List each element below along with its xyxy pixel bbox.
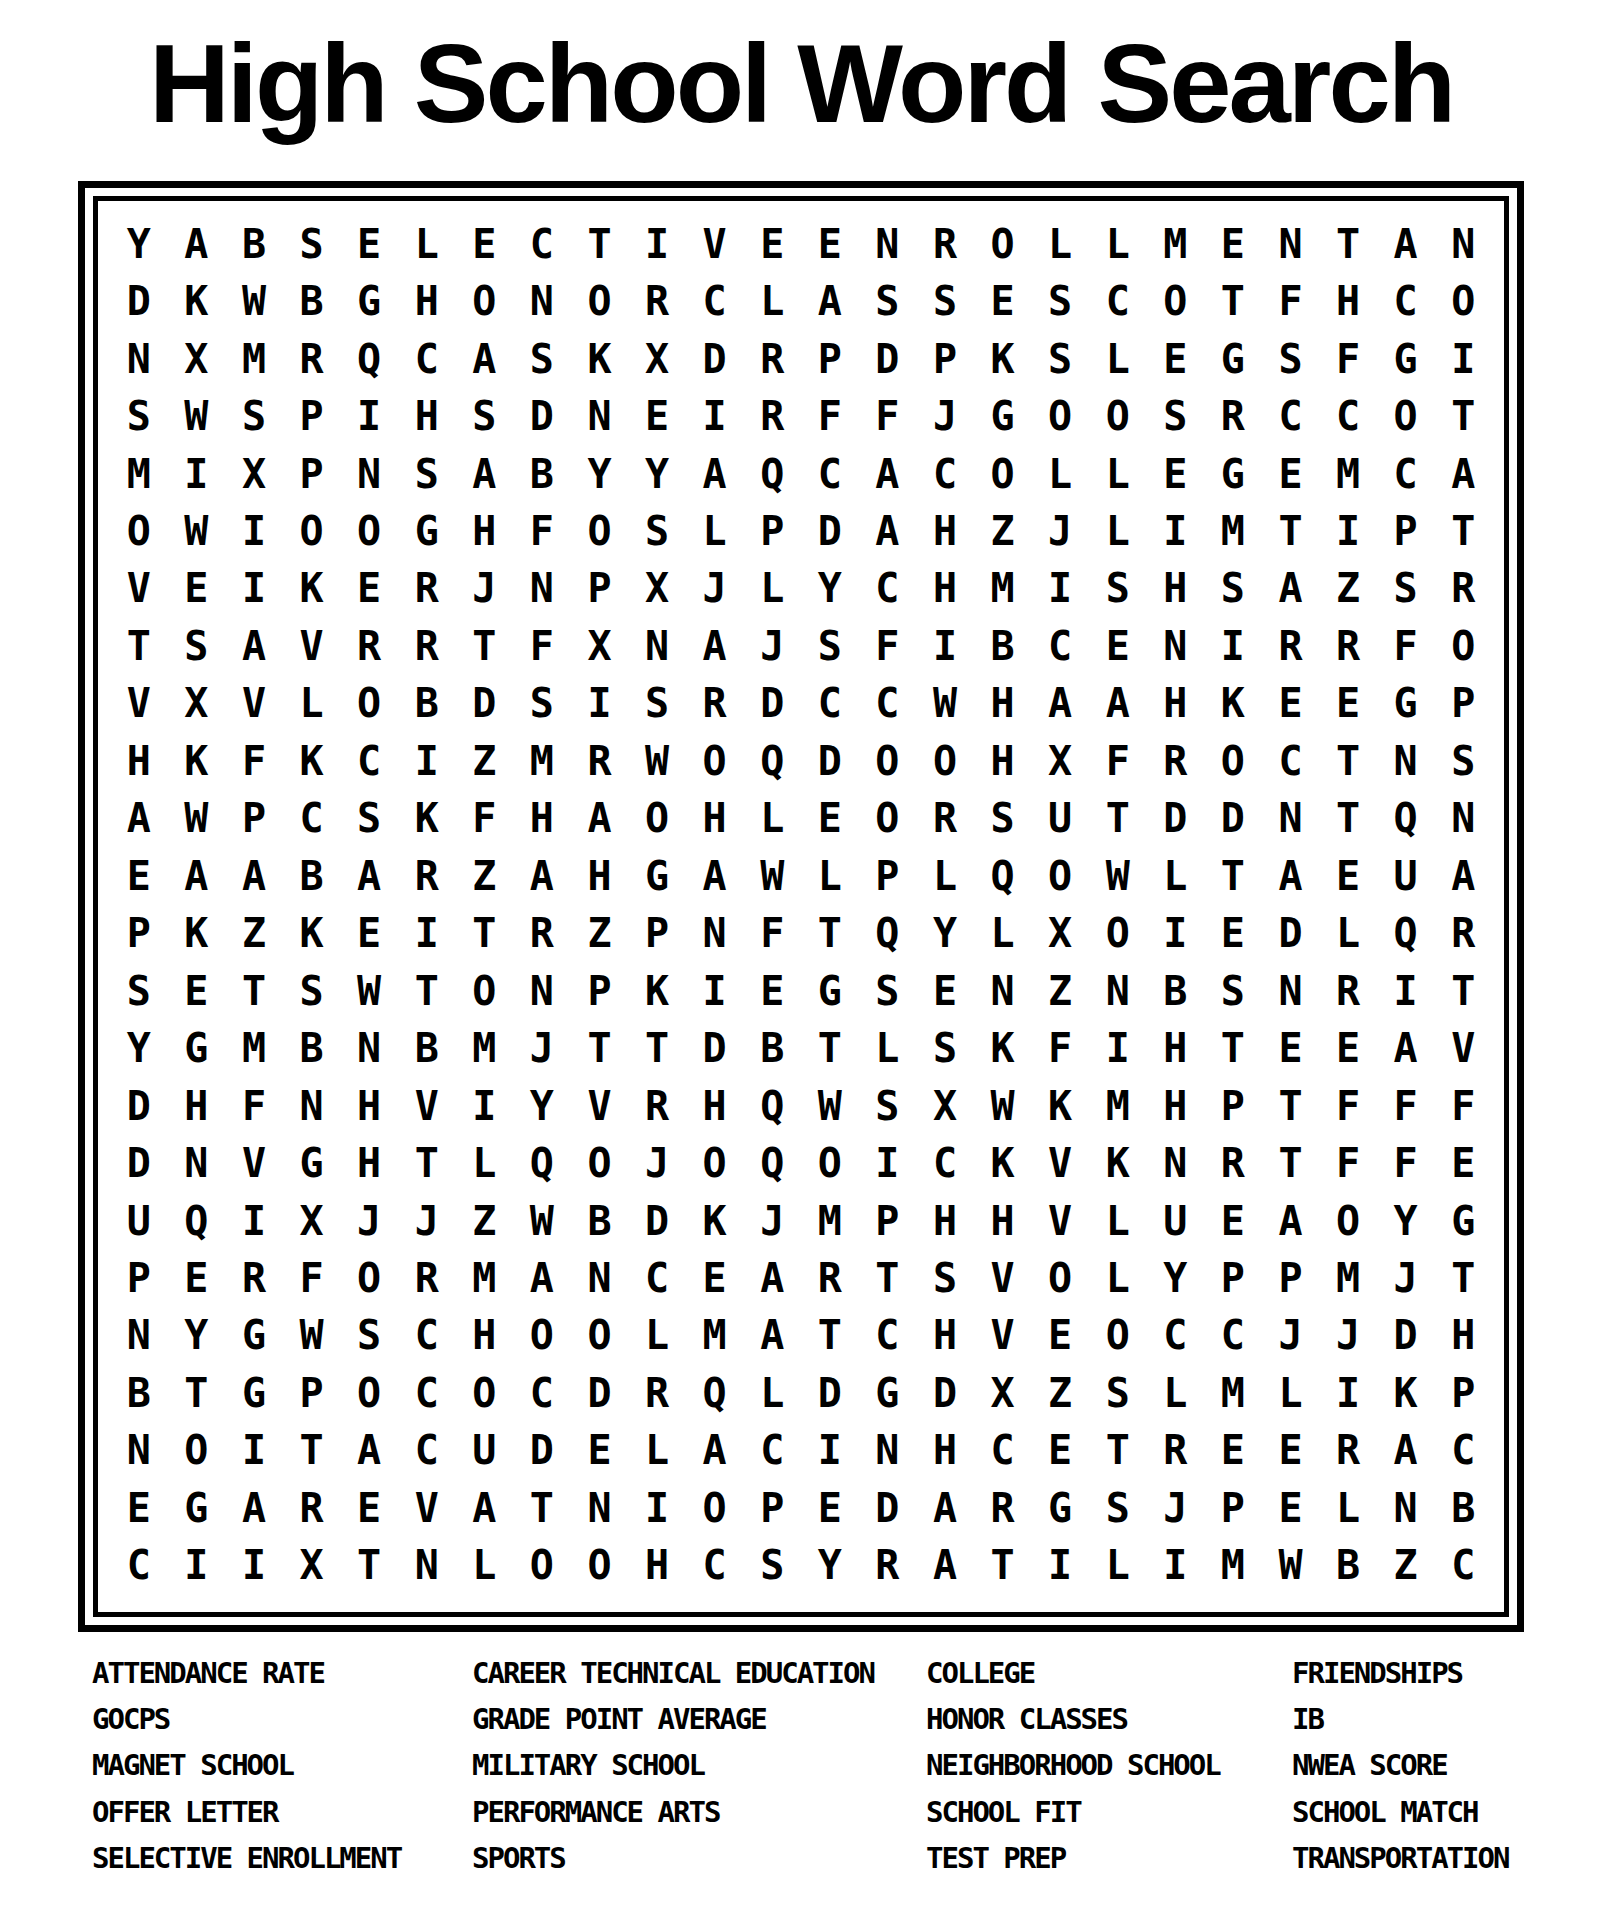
grid-cell-r10c19[interactable]: R — [1146, 732, 1204, 789]
grid-cell-r15c19[interactable]: H — [1146, 1019, 1204, 1076]
grid-cell-r5c10[interactable]: Y — [628, 445, 686, 502]
grid-cell-r19c5[interactable]: O — [340, 1249, 398, 1306]
grid-cell-r1c1[interactable]: Y — [110, 215, 168, 272]
grid-cell-r2c18[interactable]: C — [1089, 272, 1147, 329]
word-list-item[interactable]: IB — [1292, 1696, 1508, 1742]
grid-cell-r9c21[interactable]: E — [1262, 675, 1320, 732]
grid-cell-r19c3[interactable]: R — [225, 1249, 283, 1306]
grid-cell-r14c7[interactable]: O — [455, 962, 513, 1019]
grid-cell-r2c13[interactable]: A — [801, 272, 859, 329]
grid-cell-r22c13[interactable]: I — [801, 1422, 859, 1479]
grid-cell-r11c15[interactable]: R — [916, 790, 974, 847]
grid-cell-r13c23[interactable]: Q — [1377, 904, 1435, 961]
grid-cell-r9c16[interactable]: H — [974, 675, 1032, 732]
grid-cell-r2c17[interactable]: S — [1031, 272, 1089, 329]
grid-cell-r12c7[interactable]: Z — [455, 847, 513, 904]
grid-cell-r23c17[interactable]: G — [1031, 1479, 1089, 1536]
grid-cell-r11c24[interactable]: N — [1434, 790, 1492, 847]
grid-cell-r12c19[interactable]: L — [1146, 847, 1204, 904]
word-list-item[interactable]: NEIGHBORHOOD SCHOOL — [926, 1742, 1220, 1788]
grid-cell-r5c6[interactable]: S — [398, 445, 456, 502]
grid-cell-r4c14[interactable]: F — [859, 387, 917, 444]
grid-cell-r13c19[interactable]: I — [1146, 904, 1204, 961]
grid-cell-r18c6[interactable]: J — [398, 1192, 456, 1249]
grid-cell-r24c24[interactable]: C — [1434, 1537, 1492, 1594]
grid-cell-r15c8[interactable]: J — [513, 1019, 571, 1076]
grid-cell-r24c8[interactable]: O — [513, 1537, 571, 1594]
grid-cell-r7c17[interactable]: I — [1031, 560, 1089, 617]
grid-cell-r24c17[interactable]: I — [1031, 1537, 1089, 1594]
grid-cell-r24c11[interactable]: C — [686, 1537, 744, 1594]
grid-cell-r20c16[interactable]: V — [974, 1307, 1032, 1364]
grid-cell-r22c9[interactable]: E — [571, 1422, 629, 1479]
grid-cell-r23c19[interactable]: J — [1146, 1479, 1204, 1536]
grid-cell-r23c15[interactable]: A — [916, 1479, 974, 1536]
grid-cell-r13c9[interactable]: Z — [571, 904, 629, 961]
grid-cell-r24c18[interactable]: L — [1089, 1537, 1147, 1594]
grid-cell-r17c14[interactable]: I — [859, 1134, 917, 1191]
grid-cell-r14c14[interactable]: S — [859, 962, 917, 1019]
grid-cell-r23c10[interactable]: I — [628, 1479, 686, 1536]
grid-cell-r13c3[interactable]: Z — [225, 904, 283, 961]
grid-cell-r22c10[interactable]: L — [628, 1422, 686, 1479]
grid-cell-r23c23[interactable]: N — [1377, 1479, 1435, 1536]
grid-cell-r9c15[interactable]: W — [916, 675, 974, 732]
grid-cell-r10c4[interactable]: K — [283, 732, 341, 789]
grid-cell-r3c19[interactable]: E — [1146, 330, 1204, 387]
grid-cell-r3c22[interactable]: F — [1319, 330, 1377, 387]
grid-cell-r13c22[interactable]: L — [1319, 904, 1377, 961]
grid-cell-r10c11[interactable]: O — [686, 732, 744, 789]
grid-cell-r17c9[interactable]: O — [571, 1134, 629, 1191]
grid-cell-r20c13[interactable]: T — [801, 1307, 859, 1364]
grid-cell-r9c7[interactable]: D — [455, 675, 513, 732]
grid-cell-r22c2[interactable]: O — [168, 1422, 226, 1479]
grid-cell-r23c12[interactable]: P — [743, 1479, 801, 1536]
grid-cell-r1c10[interactable]: I — [628, 215, 686, 272]
grid-cell-r8c11[interactable]: A — [686, 617, 744, 674]
grid-cell-r20c22[interactable]: J — [1319, 1307, 1377, 1364]
grid-cell-r23c4[interactable]: R — [283, 1479, 341, 1536]
grid-cell-r12c1[interactable]: E — [110, 847, 168, 904]
grid-cell-r8c3[interactable]: A — [225, 617, 283, 674]
grid-cell-r16c23[interactable]: F — [1377, 1077, 1435, 1134]
grid-cell-r16c15[interactable]: X — [916, 1077, 974, 1134]
grid-cell-r4c8[interactable]: D — [513, 387, 571, 444]
grid-cell-r16c3[interactable]: F — [225, 1077, 283, 1134]
grid-cell-r22c12[interactable]: C — [743, 1422, 801, 1479]
grid-cell-r2c2[interactable]: K — [168, 272, 226, 329]
grid-cell-r9c18[interactable]: A — [1089, 675, 1147, 732]
grid-cell-r6c16[interactable]: Z — [974, 502, 1032, 559]
grid-cell-r17c2[interactable]: N — [168, 1134, 226, 1191]
grid-cell-r18c11[interactable]: K — [686, 1192, 744, 1249]
grid-cell-r6c9[interactable]: O — [571, 502, 629, 559]
grid-cell-r21c24[interactable]: P — [1434, 1364, 1492, 1421]
grid-cell-r21c20[interactable]: M — [1204, 1364, 1262, 1421]
grid-cell-r20c17[interactable]: E — [1031, 1307, 1089, 1364]
grid-cell-r24c7[interactable]: L — [455, 1537, 513, 1594]
grid-cell-r6c13[interactable]: D — [801, 502, 859, 559]
grid-cell-r4c12[interactable]: R — [743, 387, 801, 444]
grid-cell-r3c20[interactable]: G — [1204, 330, 1262, 387]
grid-cell-r19c19[interactable]: Y — [1146, 1249, 1204, 1306]
grid-cell-r17c21[interactable]: T — [1262, 1134, 1320, 1191]
grid-cell-r14c2[interactable]: E — [168, 962, 226, 1019]
grid-cell-r22c20[interactable]: E — [1204, 1422, 1262, 1479]
grid-cell-r7c6[interactable]: R — [398, 560, 456, 617]
grid-cell-r3c5[interactable]: Q — [340, 330, 398, 387]
grid-cell-r6c17[interactable]: J — [1031, 502, 1089, 559]
grid-cell-r4c11[interactable]: I — [686, 387, 744, 444]
grid-cell-r11c20[interactable]: D — [1204, 790, 1262, 847]
grid-cell-r20c18[interactable]: O — [1089, 1307, 1147, 1364]
grid-cell-r11c9[interactable]: A — [571, 790, 629, 847]
grid-cell-r9c8[interactable]: S — [513, 675, 571, 732]
grid-cell-r15c13[interactable]: T — [801, 1019, 859, 1076]
grid-cell-r17c10[interactable]: J — [628, 1134, 686, 1191]
grid-cell-r16c20[interactable]: P — [1204, 1077, 1262, 1134]
grid-cell-r14c21[interactable]: N — [1262, 962, 1320, 1019]
grid-cell-r10c2[interactable]: K — [168, 732, 226, 789]
grid-cell-r10c7[interactable]: Z — [455, 732, 513, 789]
grid-cell-r12c15[interactable]: L — [916, 847, 974, 904]
grid-cell-r8c6[interactable]: R — [398, 617, 456, 674]
grid-cell-r1c7[interactable]: E — [455, 215, 513, 272]
grid-cell-r16c24[interactable]: F — [1434, 1077, 1492, 1134]
grid-cell-r12c2[interactable]: A — [168, 847, 226, 904]
grid-cell-r13c7[interactable]: T — [455, 904, 513, 961]
grid-cell-r2c24[interactable]: O — [1434, 272, 1492, 329]
grid-cell-r17c7[interactable]: L — [455, 1134, 513, 1191]
grid-cell-r17c8[interactable]: Q — [513, 1134, 571, 1191]
grid-cell-r21c11[interactable]: Q — [686, 1364, 744, 1421]
grid-cell-r2c6[interactable]: H — [398, 272, 456, 329]
grid-cell-r8c20[interactable]: I — [1204, 617, 1262, 674]
grid-cell-r18c1[interactable]: U — [110, 1192, 168, 1249]
grid-cell-r17c4[interactable]: G — [283, 1134, 341, 1191]
grid-cell-r3c16[interactable]: K — [974, 330, 1032, 387]
grid-cell-r22c7[interactable]: U — [455, 1422, 513, 1479]
grid-cell-r10c15[interactable]: O — [916, 732, 974, 789]
grid-cell-r13c1[interactable]: P — [110, 904, 168, 961]
grid-cell-r8c5[interactable]: R — [340, 617, 398, 674]
grid-cell-r8c10[interactable]: N — [628, 617, 686, 674]
grid-cell-r3c1[interactable]: N — [110, 330, 168, 387]
grid-cell-r15c24[interactable]: V — [1434, 1019, 1492, 1076]
grid-cell-r17c15[interactable]: C — [916, 1134, 974, 1191]
grid-cell-r6c5[interactable]: O — [340, 502, 398, 559]
grid-cell-r10c10[interactable]: W — [628, 732, 686, 789]
grid-cell-r16c19[interactable]: H — [1146, 1077, 1204, 1134]
grid-cell-r16c22[interactable]: F — [1319, 1077, 1377, 1134]
grid-cell-r20c21[interactable]: J — [1262, 1307, 1320, 1364]
grid-cell-r22c4[interactable]: T — [283, 1422, 341, 1479]
grid-cell-r20c12[interactable]: A — [743, 1307, 801, 1364]
grid-cell-r18c9[interactable]: B — [571, 1192, 629, 1249]
grid-cell-r2c7[interactable]: O — [455, 272, 513, 329]
grid-cell-r23c5[interactable]: E — [340, 1479, 398, 1536]
grid-cell-r8c1[interactable]: T — [110, 617, 168, 674]
grid-cell-r5c19[interactable]: E — [1146, 445, 1204, 502]
grid-cell-r23c24[interactable]: B — [1434, 1479, 1492, 1536]
grid-cell-r16c6[interactable]: V — [398, 1077, 456, 1134]
grid-cell-r6c21[interactable]: T — [1262, 502, 1320, 559]
grid-cell-r7c2[interactable]: E — [168, 560, 226, 617]
grid-cell-r20c4[interactable]: W — [283, 1307, 341, 1364]
word-list-item[interactable]: SPORTS — [472, 1835, 874, 1881]
grid-cell-r5c18[interactable]: L — [1089, 445, 1147, 502]
grid-cell-r4c18[interactable]: O — [1089, 387, 1147, 444]
grid-cell-r18c15[interactable]: H — [916, 1192, 974, 1249]
grid-cell-r19c9[interactable]: N — [571, 1249, 629, 1306]
grid-cell-r14c8[interactable]: N — [513, 962, 571, 1019]
grid-cell-r18c2[interactable]: Q — [168, 1192, 226, 1249]
grid-cell-r8c4[interactable]: V — [283, 617, 341, 674]
grid-cell-r11c14[interactable]: O — [859, 790, 917, 847]
grid-cell-r7c24[interactable]: R — [1434, 560, 1492, 617]
grid-cell-r14c5[interactable]: W — [340, 962, 398, 1019]
grid-cell-r16c10[interactable]: R — [628, 1077, 686, 1134]
grid-cell-r4c9[interactable]: N — [571, 387, 629, 444]
grid-cell-r19c11[interactable]: E — [686, 1249, 744, 1306]
grid-cell-r16c5[interactable]: H — [340, 1077, 398, 1134]
grid-cell-r16c17[interactable]: K — [1031, 1077, 1089, 1134]
grid-cell-r3c17[interactable]: S — [1031, 330, 1089, 387]
grid-cell-r1c21[interactable]: N — [1262, 215, 1320, 272]
grid-cell-r3c14[interactable]: D — [859, 330, 917, 387]
grid-cell-r2c19[interactable]: O — [1146, 272, 1204, 329]
grid-cell-r15c2[interactable]: G — [168, 1019, 226, 1076]
grid-cell-r4c17[interactable]: O — [1031, 387, 1089, 444]
grid-cell-r2c9[interactable]: O — [571, 272, 629, 329]
grid-cell-r4c3[interactable]: S — [225, 387, 283, 444]
grid-cell-r1c6[interactable]: L — [398, 215, 456, 272]
grid-cell-r9c5[interactable]: O — [340, 675, 398, 732]
grid-cell-r20c6[interactable]: C — [398, 1307, 456, 1364]
grid-cell-r9c24[interactable]: P — [1434, 675, 1492, 732]
grid-cell-r8c7[interactable]: T — [455, 617, 513, 674]
grid-cell-r16c14[interactable]: S — [859, 1077, 917, 1134]
grid-cell-r16c7[interactable]: I — [455, 1077, 513, 1134]
grid-cell-r21c4[interactable]: P — [283, 1364, 341, 1421]
grid-cell-r22c6[interactable]: C — [398, 1422, 456, 1479]
grid-cell-r11c3[interactable]: P — [225, 790, 283, 847]
grid-cell-r15c4[interactable]: B — [283, 1019, 341, 1076]
grid-cell-r1c15[interactable]: R — [916, 215, 974, 272]
grid-cell-r14c6[interactable]: T — [398, 962, 456, 1019]
grid-cell-r2c1[interactable]: D — [110, 272, 168, 329]
grid-cell-r23c21[interactable]: E — [1262, 1479, 1320, 1536]
grid-cell-r5c8[interactable]: B — [513, 445, 571, 502]
grid-cell-r24c6[interactable]: N — [398, 1537, 456, 1594]
grid-cell-r7c8[interactable]: N — [513, 560, 571, 617]
grid-cell-r12c13[interactable]: L — [801, 847, 859, 904]
grid-cell-r3c3[interactable]: M — [225, 330, 283, 387]
grid-cell-r22c15[interactable]: H — [916, 1422, 974, 1479]
grid-cell-r17c6[interactable]: T — [398, 1134, 456, 1191]
grid-cell-r14c3[interactable]: T — [225, 962, 283, 1019]
grid-cell-r11c17[interactable]: U — [1031, 790, 1089, 847]
grid-cell-r23c8[interactable]: T — [513, 1479, 571, 1536]
word-list-item[interactable]: GOCPS — [92, 1696, 401, 1742]
word-list-item[interactable]: COLLEGE — [926, 1650, 1220, 1696]
grid-cell-r21c17[interactable]: Z — [1031, 1364, 1089, 1421]
grid-cell-r3c12[interactable]: R — [743, 330, 801, 387]
grid-cell-r22c18[interactable]: T — [1089, 1422, 1147, 1479]
grid-cell-r24c12[interactable]: S — [743, 1537, 801, 1594]
word-list-item[interactable]: MAGNET SCHOOL — [92, 1742, 401, 1788]
word-list-item[interactable]: SCHOOL FIT — [926, 1789, 1220, 1835]
grid-cell-r20c2[interactable]: Y — [168, 1307, 226, 1364]
grid-cell-r22c1[interactable]: N — [110, 1422, 168, 1479]
grid-cell-r11c13[interactable]: E — [801, 790, 859, 847]
grid-cell-r15c7[interactable]: M — [455, 1019, 513, 1076]
grid-cell-r10c16[interactable]: H — [974, 732, 1032, 789]
word-list-item[interactable]: SCHOOL MATCH — [1292, 1789, 1508, 1835]
grid-cell-r12c18[interactable]: W — [1089, 847, 1147, 904]
grid-cell-r20c3[interactable]: G — [225, 1307, 283, 1364]
grid-cell-r23c18[interactable]: S — [1089, 1479, 1147, 1536]
grid-cell-r4c1[interactable]: S — [110, 387, 168, 444]
grid-cell-r21c5[interactable]: O — [340, 1364, 398, 1421]
grid-cell-r15c15[interactable]: S — [916, 1019, 974, 1076]
grid-cell-r24c1[interactable]: C — [110, 1537, 168, 1594]
grid-cell-r20c1[interactable]: N — [110, 1307, 168, 1364]
grid-cell-r16c16[interactable]: W — [974, 1077, 1032, 1134]
grid-cell-r11c1[interactable]: A — [110, 790, 168, 847]
grid-cell-r18c17[interactable]: V — [1031, 1192, 1089, 1249]
grid-cell-r1c2[interactable]: A — [168, 215, 226, 272]
grid-cell-r1c14[interactable]: N — [859, 215, 917, 272]
grid-cell-r14c10[interactable]: K — [628, 962, 686, 1019]
grid-cell-r8c13[interactable]: S — [801, 617, 859, 674]
grid-cell-r4c16[interactable]: G — [974, 387, 1032, 444]
grid-cell-r2c12[interactable]: L — [743, 272, 801, 329]
grid-cell-r5c4[interactable]: P — [283, 445, 341, 502]
grid-cell-r7c9[interactable]: P — [571, 560, 629, 617]
grid-cell-r3c7[interactable]: A — [455, 330, 513, 387]
grid-cell-r6c6[interactable]: G — [398, 502, 456, 559]
grid-cell-r14c17[interactable]: Z — [1031, 962, 1089, 1019]
grid-cell-r19c6[interactable]: R — [398, 1249, 456, 1306]
grid-cell-r23c20[interactable]: P — [1204, 1479, 1262, 1536]
grid-cell-r2c10[interactable]: R — [628, 272, 686, 329]
grid-cell-r23c2[interactable]: G — [168, 1479, 226, 1536]
grid-cell-r14c18[interactable]: N — [1089, 962, 1147, 1019]
grid-cell-r15c21[interactable]: E — [1262, 1019, 1320, 1076]
grid-cell-r15c6[interactable]: B — [398, 1019, 456, 1076]
grid-cell-r12c10[interactable]: G — [628, 847, 686, 904]
grid-cell-r18c7[interactable]: Z — [455, 1192, 513, 1249]
grid-cell-r15c17[interactable]: F — [1031, 1019, 1089, 1076]
grid-cell-r21c2[interactable]: T — [168, 1364, 226, 1421]
grid-cell-r5c2[interactable]: I — [168, 445, 226, 502]
grid-cell-r12c8[interactable]: A — [513, 847, 571, 904]
grid-cell-r12c17[interactable]: O — [1031, 847, 1089, 904]
grid-cell-r1c16[interactable]: O — [974, 215, 1032, 272]
grid-cell-r14c4[interactable]: S — [283, 962, 341, 1019]
grid-cell-r13c10[interactable]: P — [628, 904, 686, 961]
grid-cell-r3c2[interactable]: X — [168, 330, 226, 387]
grid-cell-r16c2[interactable]: H — [168, 1077, 226, 1134]
grid-cell-r17c24[interactable]: E — [1434, 1134, 1492, 1191]
grid-cell-r15c20[interactable]: T — [1204, 1019, 1262, 1076]
grid-cell-r7c22[interactable]: Z — [1319, 560, 1377, 617]
grid-cell-r9c20[interactable]: K — [1204, 675, 1262, 732]
grid-cell-r12c6[interactable]: R — [398, 847, 456, 904]
grid-cell-r1c19[interactable]: M — [1146, 215, 1204, 272]
grid-cell-r12c21[interactable]: A — [1262, 847, 1320, 904]
grid-cell-r22c19[interactable]: R — [1146, 1422, 1204, 1479]
grid-cell-r21c10[interactable]: R — [628, 1364, 686, 1421]
grid-cell-r2c8[interactable]: N — [513, 272, 571, 329]
grid-cell-r20c5[interactable]: S — [340, 1307, 398, 1364]
grid-cell-r15c12[interactable]: B — [743, 1019, 801, 1076]
grid-cell-r9c3[interactable]: V — [225, 675, 283, 732]
word-list-item[interactable]: ATTENDANCE RATE — [92, 1650, 401, 1696]
grid-cell-r17c18[interactable]: K — [1089, 1134, 1147, 1191]
grid-cell-r8c22[interactable]: R — [1319, 617, 1377, 674]
grid-cell-r12c20[interactable]: T — [1204, 847, 1262, 904]
grid-cell-r23c16[interactable]: R — [974, 1479, 1032, 1536]
grid-cell-r17c22[interactable]: F — [1319, 1134, 1377, 1191]
grid-cell-r23c14[interactable]: D — [859, 1479, 917, 1536]
grid-cell-r22c17[interactable]: E — [1031, 1422, 1089, 1479]
grid-cell-r6c7[interactable]: H — [455, 502, 513, 559]
grid-cell-r8c2[interactable]: S — [168, 617, 226, 674]
grid-cell-r21c9[interactable]: D — [571, 1364, 629, 1421]
grid-cell-r22c22[interactable]: R — [1319, 1422, 1377, 1479]
grid-cell-r24c2[interactable]: I — [168, 1537, 226, 1594]
grid-cell-r12c22[interactable]: E — [1319, 847, 1377, 904]
grid-cell-r6c8[interactable]: F — [513, 502, 571, 559]
grid-cell-r6c23[interactable]: P — [1377, 502, 1435, 559]
grid-cell-r23c9[interactable]: N — [571, 1479, 629, 1536]
grid-cell-r18c22[interactable]: O — [1319, 1192, 1377, 1249]
grid-cell-r24c13[interactable]: Y — [801, 1537, 859, 1594]
grid-cell-r23c7[interactable]: A — [455, 1479, 513, 1536]
grid-cell-r16c18[interactable]: M — [1089, 1077, 1147, 1134]
grid-cell-r21c13[interactable]: D — [801, 1364, 859, 1421]
grid-cell-r19c1[interactable]: P — [110, 1249, 168, 1306]
grid-cell-r24c14[interactable]: R — [859, 1537, 917, 1594]
grid-cell-r4c21[interactable]: C — [1262, 387, 1320, 444]
grid-cell-r12c3[interactable]: A — [225, 847, 283, 904]
grid-cell-r13c24[interactable]: R — [1434, 904, 1492, 961]
word-list-item[interactable]: GRADE POINT AVERAGE — [472, 1696, 874, 1742]
grid-cell-r7c14[interactable]: C — [859, 560, 917, 617]
grid-cell-r24c10[interactable]: H — [628, 1537, 686, 1594]
grid-cell-r14c24[interactable]: T — [1434, 962, 1492, 1019]
grid-cell-r10c20[interactable]: O — [1204, 732, 1262, 789]
grid-cell-r5c9[interactable]: Y — [571, 445, 629, 502]
grid-cell-r22c24[interactable]: C — [1434, 1422, 1492, 1479]
grid-cell-r2c20[interactable]: T — [1204, 272, 1262, 329]
grid-cell-r16c1[interactable]: D — [110, 1077, 168, 1134]
grid-cell-r13c14[interactable]: Q — [859, 904, 917, 961]
grid-cell-r21c23[interactable]: K — [1377, 1364, 1435, 1421]
grid-cell-r14c15[interactable]: E — [916, 962, 974, 1019]
grid-cell-r3c24[interactable]: I — [1434, 330, 1492, 387]
grid-cell-r20c20[interactable]: C — [1204, 1307, 1262, 1364]
grid-cell-r1c11[interactable]: V — [686, 215, 744, 272]
grid-cell-r19c2[interactable]: E — [168, 1249, 226, 1306]
grid-cell-r9c10[interactable]: S — [628, 675, 686, 732]
grid-cell-r5c13[interactable]: C — [801, 445, 859, 502]
grid-cell-r7c20[interactable]: S — [1204, 560, 1262, 617]
grid-cell-r19c23[interactable]: J — [1377, 1249, 1435, 1306]
